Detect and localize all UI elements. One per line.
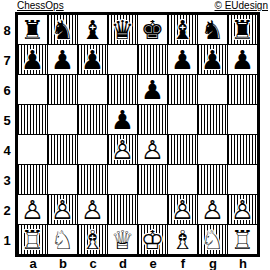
black-rook-h8: ♜ bbox=[231, 17, 254, 43]
rank-label-2: 2 bbox=[0, 195, 14, 225]
square-e6[interactable]: ♟ bbox=[138, 75, 167, 104]
rank-label-5: 5 bbox=[0, 105, 14, 135]
rank-labels: 87654321 bbox=[0, 15, 14, 255]
square-b4[interactable] bbox=[48, 135, 77, 164]
white-pawn-e4: ♙ bbox=[141, 137, 164, 163]
black-bishop-f8: ♝ bbox=[171, 17, 194, 43]
square-h4[interactable] bbox=[228, 135, 257, 164]
square-g8[interactable]: ♞ bbox=[198, 15, 227, 44]
rank-label-1: 1 bbox=[0, 225, 14, 255]
app-title-link[interactable]: ChessOps bbox=[17, 0, 64, 11]
square-e3[interactable] bbox=[138, 165, 167, 194]
square-a2[interactable]: ♟♙ bbox=[18, 195, 47, 224]
file-label-g: g bbox=[198, 257, 228, 270]
white-bishop-f1: ♗ bbox=[171, 227, 194, 253]
black-queen-d8: ♛ bbox=[111, 17, 134, 43]
square-d5[interactable]: ♟ bbox=[108, 105, 137, 134]
square-f8[interactable]: ♝ bbox=[168, 15, 197, 44]
square-e1[interactable]: ♚♔ bbox=[138, 225, 167, 254]
black-knight-g8: ♞ bbox=[201, 17, 224, 43]
square-c2[interactable]: ♟♙ bbox=[78, 195, 107, 224]
square-g6[interactable] bbox=[198, 75, 227, 104]
square-d6[interactable] bbox=[108, 75, 137, 104]
square-e4[interactable]: ♟♙ bbox=[138, 135, 167, 164]
rank-label-3: 3 bbox=[0, 165, 14, 195]
white-pawn-h2: ♙ bbox=[231, 197, 254, 223]
white-pawn-d4: ♙ bbox=[111, 137, 134, 163]
square-f6[interactable] bbox=[168, 75, 197, 104]
square-d3[interactable] bbox=[108, 165, 137, 194]
square-c4[interactable] bbox=[78, 135, 107, 164]
white-bishop-c1: ♗ bbox=[81, 227, 104, 253]
square-c3[interactable] bbox=[78, 165, 107, 194]
square-a1[interactable]: ♜♖ bbox=[18, 225, 47, 254]
file-label-b: b bbox=[48, 257, 78, 270]
file-label-a: a bbox=[18, 257, 48, 270]
board-grid: ♜♞♝♛♚♝♞♜♟♟♟♟♟♟♟♟♟♙♟♙♟♙♟♙♟♙♟♙♟♙♟♙♜♖♞♘♝♗♛♕… bbox=[18, 15, 257, 254]
square-a5[interactable] bbox=[18, 105, 47, 134]
square-c7[interactable]: ♟ bbox=[78, 45, 107, 74]
black-bishop-c8: ♝ bbox=[81, 17, 104, 43]
square-g3[interactable] bbox=[198, 165, 227, 194]
board-frame: ♜♞♝♛♚♝♞♜♟♟♟♟♟♟♟♟♟♙♟♙♟♙♟♙♟♙♟♙♟♙♟♙♜♖♞♘♝♗♛♕… bbox=[15, 12, 260, 257]
square-h7[interactable]: ♟ bbox=[228, 45, 257, 74]
square-f4[interactable] bbox=[168, 135, 197, 164]
square-c6[interactable] bbox=[78, 75, 107, 104]
black-pawn-f7: ♟ bbox=[171, 47, 194, 73]
white-king-e1: ♔ bbox=[141, 227, 164, 253]
white-knight-g1: ♘ bbox=[201, 227, 224, 253]
square-a3[interactable] bbox=[18, 165, 47, 194]
rank-label-6: 6 bbox=[0, 75, 14, 105]
black-pawn-b7: ♟ bbox=[51, 47, 74, 73]
square-d2[interactable] bbox=[108, 195, 137, 224]
black-pawn-e6: ♟ bbox=[141, 77, 164, 103]
square-h1[interactable]: ♜♖ bbox=[228, 225, 257, 254]
square-h8[interactable]: ♜ bbox=[228, 15, 257, 44]
square-b1[interactable]: ♞♘ bbox=[48, 225, 77, 254]
square-e2[interactable] bbox=[138, 195, 167, 224]
square-h5[interactable] bbox=[228, 105, 257, 134]
file-label-e: e bbox=[138, 257, 168, 270]
square-g2[interactable]: ♟♙ bbox=[198, 195, 227, 224]
square-f1[interactable]: ♝♗ bbox=[168, 225, 197, 254]
square-d8[interactable]: ♛ bbox=[108, 15, 137, 44]
file-labels: abcdefgh bbox=[18, 257, 258, 270]
square-c5[interactable] bbox=[78, 105, 107, 134]
file-label-d: d bbox=[108, 257, 138, 270]
square-h3[interactable] bbox=[228, 165, 257, 194]
white-pawn-f2: ♙ bbox=[171, 197, 194, 223]
black-king-e8: ♚ bbox=[141, 17, 164, 43]
square-d4[interactable]: ♟♙ bbox=[108, 135, 137, 164]
square-b3[interactable] bbox=[48, 165, 77, 194]
black-rook-a8: ♜ bbox=[21, 17, 44, 43]
square-b8[interactable]: ♞ bbox=[48, 15, 77, 44]
rank-label-4: 4 bbox=[0, 135, 14, 165]
white-rook-a1: ♖ bbox=[21, 227, 44, 253]
square-b6[interactable] bbox=[48, 75, 77, 104]
black-pawn-a7: ♟ bbox=[21, 47, 44, 73]
square-e5[interactable] bbox=[138, 105, 167, 134]
square-b5[interactable] bbox=[48, 105, 77, 134]
square-g7[interactable]: ♟ bbox=[198, 45, 227, 74]
black-pawn-g7: ♟ bbox=[201, 47, 224, 73]
square-a4[interactable] bbox=[18, 135, 47, 164]
white-knight-b1: ♘ bbox=[51, 227, 74, 253]
square-d7[interactable] bbox=[108, 45, 137, 74]
square-d1[interactable]: ♛♕ bbox=[108, 225, 137, 254]
square-g1[interactable]: ♞♘ bbox=[198, 225, 227, 254]
black-pawn-h7: ♟ bbox=[231, 47, 254, 73]
square-g5[interactable] bbox=[198, 105, 227, 134]
square-f5[interactable] bbox=[168, 105, 197, 134]
white-pawn-c2: ♙ bbox=[81, 197, 104, 223]
square-a8[interactable]: ♜ bbox=[18, 15, 47, 44]
square-f3[interactable] bbox=[168, 165, 197, 194]
square-f2[interactable]: ♟♙ bbox=[168, 195, 197, 224]
black-pawn-d5: ♟ bbox=[111, 107, 134, 133]
square-c8[interactable]: ♝ bbox=[78, 15, 107, 44]
file-label-c: c bbox=[78, 257, 108, 270]
header: ChessOps © EUdesign bbox=[0, 0, 270, 12]
white-pawn-b2: ♙ bbox=[51, 197, 74, 223]
square-e7[interactable] bbox=[138, 45, 167, 74]
square-a7[interactable]: ♟ bbox=[18, 45, 47, 74]
black-pawn-c7: ♟ bbox=[81, 47, 104, 73]
file-label-f: f bbox=[168, 257, 198, 270]
white-queen-d1: ♕ bbox=[111, 227, 134, 253]
square-h2[interactable]: ♟♙ bbox=[228, 195, 257, 224]
square-g4[interactable] bbox=[198, 135, 227, 164]
rank-label-8: 8 bbox=[0, 15, 14, 45]
square-b7[interactable]: ♟ bbox=[48, 45, 77, 74]
square-c1[interactable]: ♝♗ bbox=[78, 225, 107, 254]
file-label-h: h bbox=[228, 257, 258, 270]
square-h6[interactable] bbox=[228, 75, 257, 104]
white-pawn-g2: ♙ bbox=[201, 197, 224, 223]
rank-label-7: 7 bbox=[0, 45, 14, 75]
black-knight-b8: ♞ bbox=[51, 17, 74, 43]
white-pawn-a2: ♙ bbox=[21, 197, 44, 223]
square-f7[interactable]: ♟ bbox=[168, 45, 197, 74]
square-e8[interactable]: ♚ bbox=[138, 15, 167, 44]
white-rook-h1: ♖ bbox=[231, 227, 254, 253]
square-b2[interactable]: ♟♙ bbox=[48, 195, 77, 224]
credit-link[interactable]: © EUdesign bbox=[214, 0, 268, 11]
square-a6[interactable] bbox=[18, 75, 47, 104]
